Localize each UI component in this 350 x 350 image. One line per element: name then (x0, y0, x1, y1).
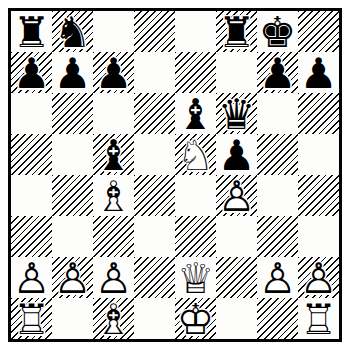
square-g8[interactable]: ♚♚ (257, 11, 298, 52)
square-b8[interactable]: ♞♞ (52, 11, 93, 52)
white-rook-piece: ♜♖ (11, 298, 52, 339)
square-a4[interactable] (11, 175, 52, 216)
square-g4[interactable] (257, 175, 298, 216)
black-bishop-piece: ♝♝ (175, 93, 216, 134)
square-h7[interactable]: ♟♟ (298, 52, 339, 93)
square-e4[interactable] (175, 175, 216, 216)
square-d4[interactable] (134, 175, 175, 216)
white-bishop-piece: ♝♗ (93, 175, 134, 216)
square-c3[interactable] (93, 216, 134, 257)
square-e3[interactable] (175, 216, 216, 257)
piece-glyph: ♟ (218, 135, 256, 177)
piece-glyph: ♙ (218, 176, 256, 218)
piece-glyph: ♟ (300, 53, 338, 95)
piece-glyph: ♙ (54, 258, 92, 300)
black-rook-piece: ♜♜ (216, 11, 257, 52)
square-a1[interactable]: ♜♖ (11, 298, 52, 339)
square-f1[interactable] (216, 298, 257, 339)
square-c2[interactable]: ♟♙ (93, 257, 134, 298)
piece-glyph: ♛ (218, 94, 256, 136)
square-a6[interactable] (11, 93, 52, 134)
square-h8[interactable] (298, 11, 339, 52)
square-a2[interactable]: ♟♙ (11, 257, 52, 298)
white-rook-piece: ♜♖ (298, 298, 339, 339)
piece-glyph: ♙ (95, 258, 133, 300)
square-b7[interactable]: ♟♟ (52, 52, 93, 93)
square-f4[interactable]: ♟♙ (216, 175, 257, 216)
white-pawn-piece: ♟♙ (11, 257, 52, 298)
piece-glyph: ♟ (54, 53, 92, 95)
white-pawn-piece: ♟♙ (298, 257, 339, 298)
square-h1[interactable]: ♜♖ (298, 298, 339, 339)
piece-glyph: ♚ (259, 12, 297, 54)
black-knight-piece: ♞♞ (52, 11, 93, 52)
piece-glyph: ♝ (177, 94, 215, 136)
piece-glyph: ♜ (13, 12, 51, 54)
chess-board: ♜♜♞♞♜♜♚♚♟♟♟♟♟♟♟♟♟♟♝♝♛♛♝♝♞♘♟♟♝♗♟♙♟♙♟♙♟♙♛♕… (8, 8, 342, 342)
black-pawn-piece: ♟♟ (298, 52, 339, 93)
piece-glyph: ♖ (300, 299, 338, 341)
square-e7[interactable] (175, 52, 216, 93)
square-b5[interactable] (52, 134, 93, 175)
square-b1[interactable] (52, 298, 93, 339)
square-a5[interactable] (11, 134, 52, 175)
white-pawn-piece: ♟♙ (216, 175, 257, 216)
square-b6[interactable] (52, 93, 93, 134)
white-pawn-piece: ♟♙ (93, 257, 134, 298)
piece-glyph: ♟ (95, 53, 133, 95)
square-d8[interactable] (134, 11, 175, 52)
black-pawn-piece: ♟♟ (52, 52, 93, 93)
square-g2[interactable]: ♟♙ (257, 257, 298, 298)
square-b4[interactable] (52, 175, 93, 216)
square-c7[interactable]: ♟♟ (93, 52, 134, 93)
square-d6[interactable] (134, 93, 175, 134)
square-c5[interactable]: ♝♝ (93, 134, 134, 175)
piece-glyph: ♙ (259, 258, 297, 300)
piece-glyph: ♗ (95, 299, 133, 341)
square-f8[interactable]: ♜♜ (216, 11, 257, 52)
piece-glyph: ♙ (13, 258, 51, 300)
piece-glyph: ♟ (259, 53, 297, 95)
piece-glyph: ♔ (177, 299, 215, 341)
white-pawn-piece: ♟♙ (52, 257, 93, 298)
square-b2[interactable]: ♟♙ (52, 257, 93, 298)
square-e5[interactable]: ♞♘ (175, 134, 216, 175)
square-c1[interactable]: ♝♗ (93, 298, 134, 339)
piece-glyph: ♞ (54, 12, 92, 54)
square-a8[interactable]: ♜♜ (11, 11, 52, 52)
square-g6[interactable] (257, 93, 298, 134)
square-d5[interactable] (134, 134, 175, 175)
black-bishop-piece: ♝♝ (93, 134, 134, 175)
square-h5[interactable] (298, 134, 339, 175)
white-bishop-piece: ♝♗ (93, 298, 134, 339)
black-rook-piece: ♜♜ (11, 11, 52, 52)
square-h6[interactable] (298, 93, 339, 134)
white-king-piece: ♚♔ (175, 298, 216, 339)
white-knight-piece: ♞♘ (175, 134, 216, 175)
square-h2[interactable]: ♟♙ (298, 257, 339, 298)
white-pawn-piece: ♟♙ (257, 257, 298, 298)
piece-glyph: ♖ (13, 299, 51, 341)
piece-glyph: ♙ (300, 258, 338, 300)
piece-glyph: ♘ (177, 135, 215, 177)
square-d7[interactable] (134, 52, 175, 93)
piece-glyph: ♟ (13, 53, 51, 95)
white-queen-piece: ♛♕ (175, 257, 216, 298)
piece-glyph: ♗ (95, 176, 133, 218)
square-h4[interactable] (298, 175, 339, 216)
square-e1[interactable]: ♚♔ (175, 298, 216, 339)
square-f5[interactable]: ♟♟ (216, 134, 257, 175)
square-d3[interactable] (134, 216, 175, 257)
square-d2[interactable] (134, 257, 175, 298)
square-f7[interactable] (216, 52, 257, 93)
square-h3[interactable] (298, 216, 339, 257)
square-g1[interactable] (257, 298, 298, 339)
square-c6[interactable] (93, 93, 134, 134)
black-queen-piece: ♛♛ (216, 93, 257, 134)
square-e8[interactable] (175, 11, 216, 52)
piece-glyph: ♝ (95, 135, 133, 177)
piece-glyph: ♜ (218, 12, 256, 54)
square-g3[interactable] (257, 216, 298, 257)
black-pawn-piece: ♟♟ (93, 52, 134, 93)
square-d1[interactable] (134, 298, 175, 339)
square-f6[interactable]: ♛♛ (216, 93, 257, 134)
square-b3[interactable] (52, 216, 93, 257)
square-e6[interactable]: ♝♝ (175, 93, 216, 134)
square-g5[interactable] (257, 134, 298, 175)
square-a3[interactable] (11, 216, 52, 257)
black-pawn-piece: ♟♟ (257, 52, 298, 93)
square-c8[interactable] (93, 11, 134, 52)
black-king-piece: ♚♚ (257, 11, 298, 52)
chess-diagram: ♜♜♞♞♜♜♚♚♟♟♟♟♟♟♟♟♟♟♝♝♛♛♝♝♞♘♟♟♝♗♟♙♟♙♟♙♟♙♛♕… (0, 0, 350, 350)
square-e2[interactable]: ♛♕ (175, 257, 216, 298)
square-a7[interactable]: ♟♟ (11, 52, 52, 93)
square-c4[interactable]: ♝♗ (93, 175, 134, 216)
square-f2[interactable] (216, 257, 257, 298)
square-f3[interactable] (216, 216, 257, 257)
piece-glyph: ♕ (177, 258, 215, 300)
square-g7[interactable]: ♟♟ (257, 52, 298, 93)
black-pawn-piece: ♟♟ (216, 134, 257, 175)
black-pawn-piece: ♟♟ (11, 52, 52, 93)
